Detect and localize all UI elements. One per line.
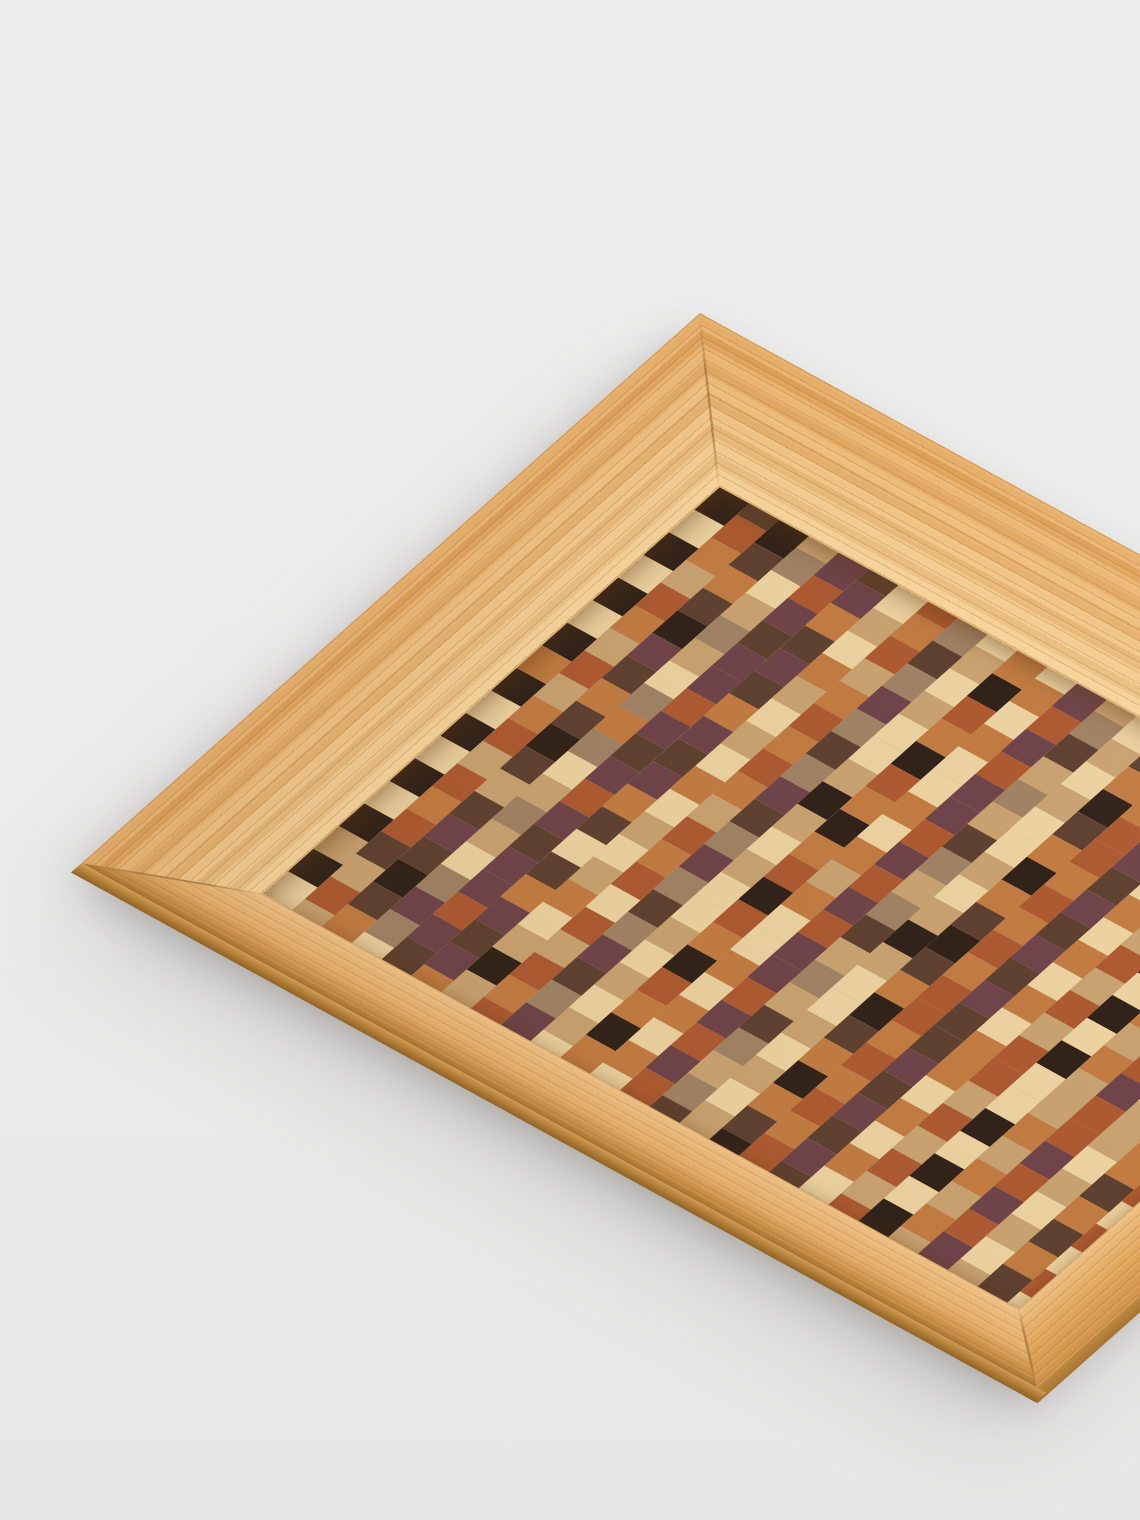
studio-background (0, 0, 1140, 1520)
tray (81, 313, 1140, 1388)
